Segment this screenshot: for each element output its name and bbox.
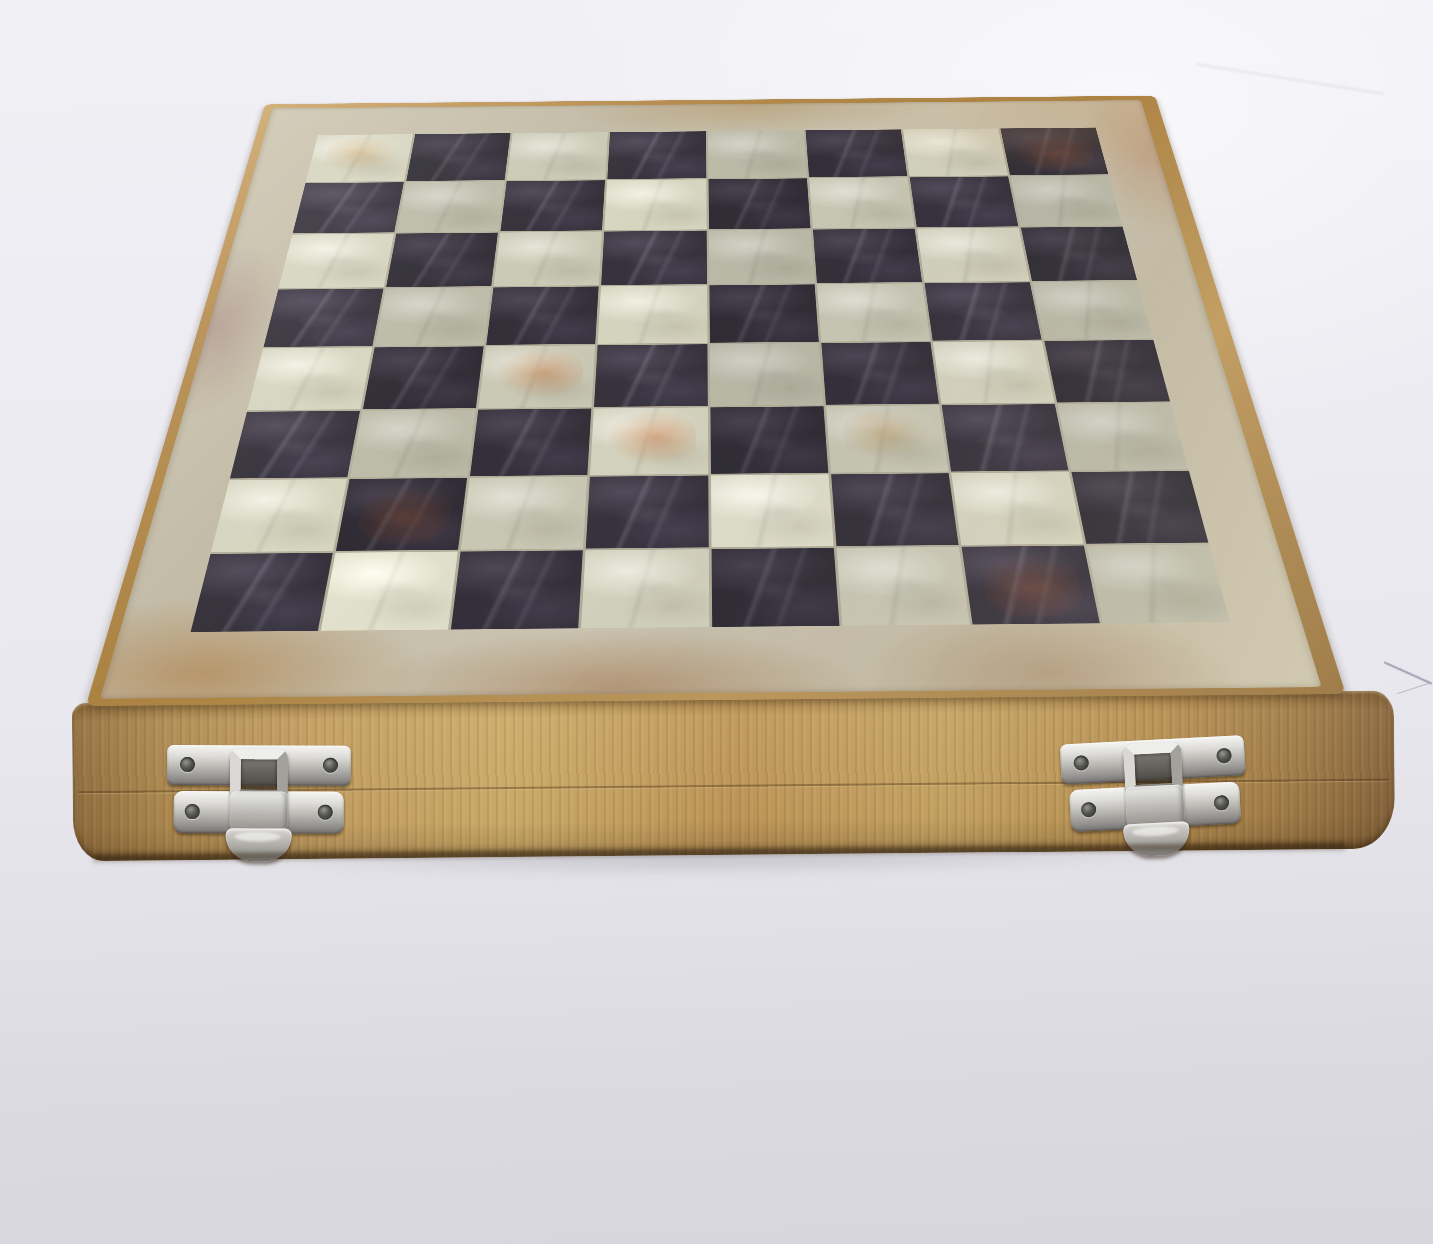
square-g1 <box>961 546 1099 625</box>
square-c5 <box>487 286 599 344</box>
square-b5 <box>375 287 491 345</box>
square-d1 <box>581 549 708 628</box>
square-c2 <box>461 477 588 550</box>
square-b2 <box>336 478 467 551</box>
square-a7 <box>293 182 404 233</box>
screw-icon <box>1214 795 1230 811</box>
square-d6 <box>601 231 706 285</box>
square-g4 <box>933 341 1055 404</box>
square-d4 <box>594 344 707 407</box>
photo-backdrop <box>0 0 1433 1244</box>
screw-icon <box>323 758 338 773</box>
square-g6 <box>917 228 1030 282</box>
stone-border-frame <box>100 100 1322 699</box>
square-e1 <box>711 548 839 627</box>
square-f6 <box>813 229 922 283</box>
square-f2 <box>831 473 959 546</box>
square-e4 <box>709 343 823 406</box>
square-d3 <box>590 407 707 475</box>
square-b4 <box>363 346 484 409</box>
square-h6 <box>1021 227 1137 281</box>
square-f4 <box>821 342 939 405</box>
square-a6 <box>279 234 394 289</box>
square-e7 <box>708 178 810 229</box>
square-b1 <box>321 552 458 631</box>
square-a1 <box>191 553 333 632</box>
screw-icon <box>1216 748 1232 764</box>
square-c3 <box>470 409 591 477</box>
square-h5 <box>1032 281 1153 339</box>
square-c7 <box>501 180 606 231</box>
square-c6 <box>494 232 602 287</box>
square-g7 <box>910 176 1019 227</box>
square-b8 <box>406 133 510 181</box>
square-g5 <box>924 282 1041 340</box>
square-h7 <box>1010 175 1122 226</box>
square-c8 <box>507 132 608 180</box>
square-b3 <box>350 410 476 478</box>
square-a5 <box>264 289 384 347</box>
square-b7 <box>397 181 505 232</box>
latch-left <box>167 745 352 868</box>
board-top <box>86 96 1346 706</box>
square-f5 <box>817 283 930 341</box>
square-d2 <box>586 476 708 549</box>
screw-icon <box>318 805 333 820</box>
square-h1 <box>1087 544 1230 623</box>
square-c4 <box>479 345 596 408</box>
square-e5 <box>709 284 818 342</box>
square-a3 <box>230 411 360 479</box>
square-h2 <box>1071 471 1208 544</box>
screw-icon <box>1081 802 1097 818</box>
square-g2 <box>951 472 1083 545</box>
square-a8 <box>306 134 413 182</box>
square-d7 <box>605 179 707 230</box>
square-e8 <box>708 130 807 178</box>
chess-board <box>191 128 1230 632</box>
square-b6 <box>386 233 498 288</box>
square-g8 <box>903 128 1008 176</box>
square-a4 <box>247 347 372 410</box>
square-d5 <box>598 285 707 343</box>
screw-icon <box>185 804 200 819</box>
square-f1 <box>836 547 969 626</box>
screw-icon <box>180 757 195 772</box>
chess-board-box <box>0 0 1433 1244</box>
screw-icon <box>1073 755 1089 771</box>
square-f8 <box>805 129 907 177</box>
square-a2 <box>211 479 347 552</box>
square-h3 <box>1057 403 1188 470</box>
square-h8 <box>1000 128 1108 176</box>
square-d8 <box>608 131 706 179</box>
square-e3 <box>710 406 828 474</box>
square-e2 <box>711 474 834 547</box>
square-f7 <box>809 177 914 228</box>
square-g3 <box>942 404 1069 471</box>
square-e6 <box>709 230 815 284</box>
square-h4 <box>1044 340 1170 403</box>
square-f3 <box>826 405 948 472</box>
square-c1 <box>451 550 583 629</box>
latch-hook <box>230 791 288 831</box>
